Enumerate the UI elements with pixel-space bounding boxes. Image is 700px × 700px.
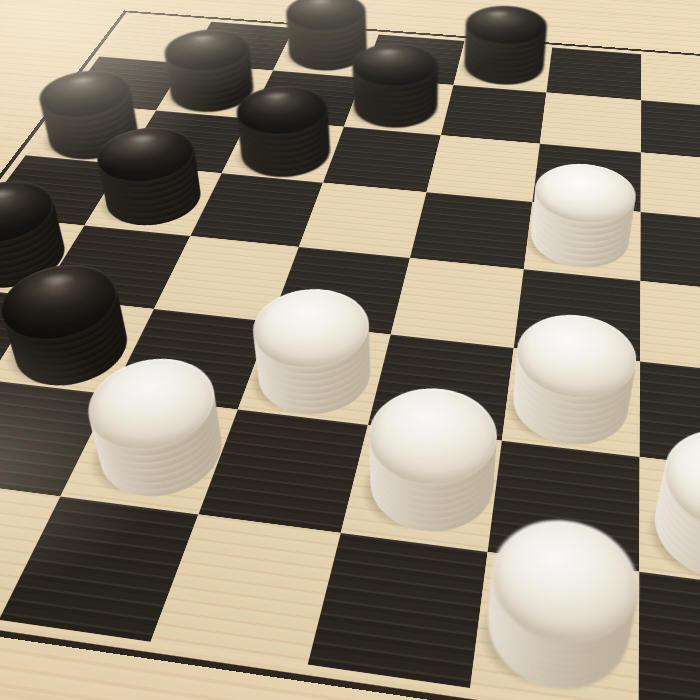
photo-frame: Angled close-up photograph of a wooden c…: [0, 0, 700, 700]
black-piece[interactable]: [347, 81, 442, 131]
checkers-board: [0, 0, 700, 700]
white-piece[interactable]: [654, 470, 700, 589]
black-piece[interactable]: [460, 43, 546, 88]
white-piece[interactable]: [82, 399, 235, 503]
white-piece[interactable]: [245, 330, 378, 420]
